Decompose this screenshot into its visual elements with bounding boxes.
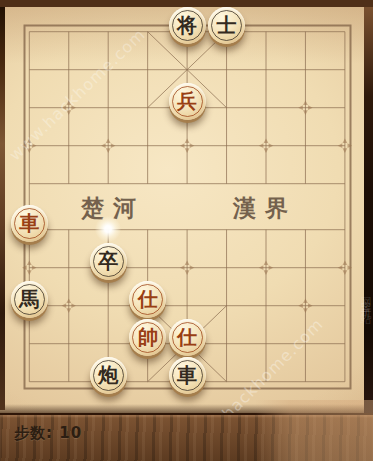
step-counter: 步数: 10: [14, 424, 82, 443]
top-wood-frame: [0, 0, 373, 7]
piece-glyph: 兵: [177, 91, 197, 111]
piece-glyph: 馬: [19, 289, 39, 309]
piece-glyph: 車: [19, 213, 39, 233]
left-wood-frame: [0, 7, 5, 410]
piece-red-advisor-2[interactable]: 仕: [169, 319, 206, 356]
piece-glyph: 士: [217, 15, 237, 35]
piece-glyph: 卒: [98, 251, 118, 271]
piece-black-horse[interactable]: 馬: [11, 281, 48, 318]
piece-black-soldier[interactable]: 卒: [90, 243, 127, 280]
piece-red-soldier[interactable]: 兵: [169, 83, 206, 120]
piece-glyph: 仕: [177, 327, 197, 347]
piece-glyph: 仕: [138, 289, 158, 309]
last-move-origin-glow: [95, 216, 121, 242]
river-label-han-jie: 漢界: [233, 193, 297, 224]
piece-black-general[interactable]: 将: [169, 7, 206, 44]
piece-glyph: 将: [177, 15, 197, 35]
piece-red-chariot[interactable]: 車: [11, 205, 48, 242]
piece-black-chariot[interactable]: 車: [169, 357, 206, 394]
piece-glyph: 炮: [98, 365, 118, 385]
piece-black-advisor[interactable]: 士: [208, 7, 245, 44]
piece-black-cannon[interactable]: 炮: [90, 357, 127, 394]
piece-glyph: 車: [177, 365, 197, 385]
xiangqi-app-screen: 楚河 漢界 将士兵車卒馬仕帥仕炮車 www.hackhome.com www.h…: [0, 0, 373, 461]
piece-glyph: 帥: [138, 327, 158, 347]
right-wood-frame: [364, 7, 373, 413]
